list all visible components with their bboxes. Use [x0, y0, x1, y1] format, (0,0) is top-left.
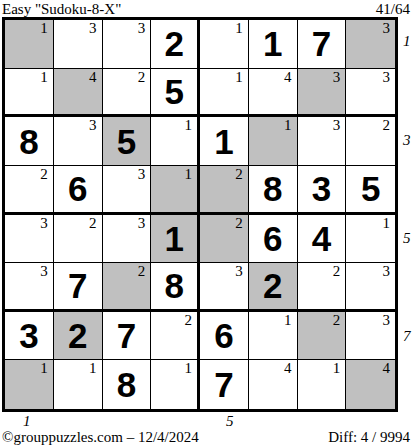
cell-r1c8[interactable]: 3 — [346, 20, 395, 69]
cell-value: 1 — [249, 20, 297, 68]
candidate-count: 2 — [383, 117, 391, 134]
cell-r5c3[interactable]: 3 — [103, 215, 152, 264]
cell-r7c2[interactable]: 2 — [54, 312, 103, 361]
cell-value: 2 — [54, 312, 102, 360]
cell-r3c1[interactable]: 8 — [5, 117, 54, 166]
candidate-count: 2 — [138, 69, 146, 86]
cell-r2c6[interactable]: 4 — [249, 69, 298, 118]
cell-r8c5[interactable]: 7 — [200, 360, 249, 409]
col-label-5: 5 — [226, 413, 234, 430]
candidate-count: 2 — [235, 166, 243, 183]
cell-r4c2[interactable]: 6 — [54, 166, 103, 215]
cell-r2c3[interactable]: 2 — [103, 69, 152, 118]
candidate-count: 3 — [333, 69, 341, 86]
candidate-count: 4 — [89, 69, 97, 86]
candidate-count: 3 — [138, 166, 146, 183]
candidate-count: 1 — [89, 360, 97, 377]
candidate-count: 3 — [138, 20, 146, 37]
cell-value: 6 — [200, 312, 248, 360]
cell-r5c4[interactable]: 1 — [151, 215, 200, 264]
cell-r5c1[interactable]: 3 — [5, 215, 54, 264]
cell-r4c1[interactable]: 2 — [5, 166, 54, 215]
sudoku-board: 1332117314251433835111322631283532312641… — [2, 17, 398, 412]
cell-value: 7 — [103, 312, 151, 360]
cell-r5c6[interactable]: 6 — [249, 215, 298, 264]
cell-r2c8[interactable]: 3 — [346, 69, 395, 118]
cell-r5c5[interactable]: 2 — [200, 215, 249, 264]
cell-r2c2[interactable]: 4 — [54, 69, 103, 118]
cell-r8c3[interactable]: 8 — [103, 360, 152, 409]
row-label-3: 3 — [403, 132, 411, 149]
cell-r2c7[interactable]: 3 — [298, 69, 347, 118]
cell-r6c2[interactable]: 7 — [54, 263, 103, 312]
cell-r7c8[interactable]: 3 — [346, 312, 395, 361]
cell-r1c7[interactable]: 7 — [298, 20, 347, 69]
candidate-count: 2 — [89, 215, 97, 232]
page-title: Easy "Sudoku-8-X" — [2, 1, 121, 18]
cell-r7c4[interactable]: 2 — [151, 312, 200, 361]
cell-value: 3 — [5, 312, 53, 360]
cell-r5c2[interactable]: 2 — [54, 215, 103, 264]
cell-r6c1[interactable]: 3 — [5, 263, 54, 312]
candidate-count: 3 — [89, 20, 97, 37]
cell-value: 8 — [249, 166, 297, 212]
candidate-count: 4 — [284, 360, 292, 377]
candidate-count: 3 — [383, 20, 391, 37]
cell-r1c5[interactable]: 1 — [200, 20, 249, 69]
cell-value: 1 — [151, 215, 197, 263]
progress-counter: 41/64 — [376, 1, 410, 18]
difficulty-text: Diff: 4 / 9994 — [328, 429, 410, 446]
row-label-7: 7 — [403, 328, 411, 345]
cell-r7c6[interactable]: 1 — [249, 312, 298, 361]
cell-r3c3[interactable]: 5 — [103, 117, 152, 166]
sudoku-puzzle-page: Easy "Sudoku-8-X" 41/64 1332117314251433… — [0, 0, 412, 447]
candidate-count: 1 — [185, 360, 193, 377]
cell-r4c3[interactable]: 3 — [103, 166, 152, 215]
cell-value: 6 — [249, 215, 297, 263]
candidate-count: 2 — [185, 312, 193, 329]
cell-value: 7 — [298, 20, 346, 68]
cell-value: 8 — [151, 263, 197, 309]
candidate-count: 1 — [333, 360, 341, 377]
candidate-count: 3 — [138, 215, 146, 232]
row-label-1: 1 — [403, 33, 411, 50]
cell-r8c2[interactable]: 1 — [54, 360, 103, 409]
candidate-count: 2 — [333, 312, 341, 329]
copyright-text: ©grouppuzzles.com – 12/4/2024 — [2, 429, 199, 446]
candidate-count: 2 — [138, 263, 146, 280]
cell-r3c2[interactable]: 3 — [54, 117, 103, 166]
cell-r8c7[interactable]: 1 — [298, 360, 347, 409]
cell-value: 5 — [103, 117, 151, 165]
cell-r3c8[interactable]: 2 — [346, 117, 395, 166]
cell-value: 2 — [151, 20, 197, 68]
cell-r5c7[interactable]: 4 — [298, 215, 347, 264]
candidate-count: 3 — [383, 69, 391, 86]
candidate-count: 2 — [40, 166, 48, 183]
candidate-count: 1 — [40, 360, 48, 377]
candidate-count: 3 — [235, 263, 243, 280]
candidate-count: 3 — [40, 263, 48, 280]
cell-r6c3[interactable]: 2 — [103, 263, 152, 312]
cell-r6c4[interactable]: 8 — [151, 263, 200, 312]
cell-r1c2[interactable]: 3 — [54, 20, 103, 69]
cell-value: 2 — [249, 263, 297, 309]
candidate-count: 2 — [235, 215, 243, 232]
row-label-5: 5 — [403, 230, 411, 247]
cell-r1c6[interactable]: 1 — [249, 20, 298, 69]
cell-r2c5[interactable]: 1 — [200, 69, 249, 118]
candidate-count: 1 — [284, 117, 292, 134]
cell-r4c5[interactable]: 2 — [200, 166, 249, 215]
cell-r3c5[interactable]: 1 — [200, 117, 249, 166]
cell-r8c1[interactable]: 1 — [5, 360, 54, 409]
candidate-count: 1 — [185, 117, 193, 134]
cell-value: 3 — [298, 166, 346, 212]
candidate-count: 3 — [89, 117, 97, 134]
cell-r3c4[interactable]: 1 — [151, 117, 200, 166]
candidate-count: 1 — [383, 215, 391, 232]
cell-r8c8[interactable]: 4 — [346, 360, 395, 409]
cell-r2c1[interactable]: 1 — [5, 69, 54, 118]
candidate-count: 3 — [383, 312, 391, 329]
cell-value: 1 — [200, 117, 248, 165]
candidate-count: 2 — [333, 263, 341, 280]
candidate-count: 3 — [333, 117, 341, 134]
candidate-count: 1 — [185, 166, 193, 183]
cell-r2c4[interactable]: 5 — [151, 69, 200, 118]
candidate-count: 3 — [383, 263, 391, 280]
cell-r5c8[interactable]: 1 — [346, 215, 395, 264]
candidate-count: 3 — [40, 215, 48, 232]
cell-r4c8[interactable]: 5 — [346, 166, 395, 215]
cell-r6c6[interactable]: 2 — [249, 263, 298, 312]
cell-value: 5 — [346, 166, 395, 212]
cell-r6c7[interactable]: 2 — [298, 263, 347, 312]
candidate-count: 1 — [40, 69, 48, 86]
cell-r6c8[interactable]: 3 — [346, 263, 395, 312]
cell-value: 8 — [5, 117, 53, 165]
cell-value: 8 — [103, 360, 151, 409]
cell-r4c6[interactable]: 8 — [249, 166, 298, 215]
candidate-count: 1 — [40, 20, 48, 37]
cell-r7c1[interactable]: 3 — [5, 312, 54, 361]
cell-r1c1[interactable]: 1 — [5, 20, 54, 69]
cell-r6c5[interactable]: 3 — [200, 263, 249, 312]
candidate-count: 1 — [235, 20, 243, 37]
candidate-count: 1 — [284, 312, 292, 329]
cell-r3c6[interactable]: 1 — [249, 117, 298, 166]
col-label-1: 1 — [23, 413, 31, 430]
candidate-count: 4 — [383, 360, 391, 377]
cell-value: 5 — [151, 69, 197, 115]
cell-r4c7[interactable]: 3 — [298, 166, 347, 215]
candidate-count: 4 — [284, 69, 292, 86]
cell-r7c3[interactable]: 7 — [103, 312, 152, 361]
cell-value: 4 — [298, 215, 346, 263]
cell-value: 7 — [200, 360, 248, 409]
cell-value: 6 — [54, 166, 102, 212]
cell-r8c4[interactable]: 1 — [151, 360, 200, 409]
cell-value: 7 — [54, 263, 102, 309]
cell-r7c7[interactable]: 2 — [298, 312, 347, 361]
candidate-count: 1 — [235, 69, 243, 86]
cell-r1c4[interactable]: 2 — [151, 20, 200, 69]
cell-r4c4[interactable]: 1 — [151, 166, 200, 215]
cell-r3c7[interactable]: 3 — [298, 117, 347, 166]
cell-r8c6[interactable]: 4 — [249, 360, 298, 409]
cell-r7c5[interactable]: 6 — [200, 312, 249, 361]
cell-r1c3[interactable]: 3 — [103, 20, 152, 69]
